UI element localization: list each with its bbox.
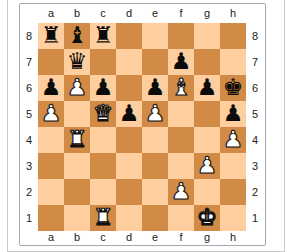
piece-black-queen: ♛: [67, 49, 88, 74]
piece-white-bishop: ♝: [171, 75, 192, 100]
corner-spacer: [20, 4, 38, 23]
rank-label-3-right: 3: [246, 153, 264, 179]
square-d5: ♟: [116, 101, 142, 127]
square-g7: [194, 49, 220, 75]
file-label-c-bottom: c: [90, 231, 116, 244]
square-b8: ♝: [64, 23, 90, 49]
rank-label-6-left: 6: [20, 75, 38, 101]
square-a1: [38, 205, 64, 231]
piece-white-queen: ♛: [93, 101, 114, 126]
piece-white-pawn: ♟: [145, 101, 166, 126]
square-d8: [116, 23, 142, 49]
square-c8: ♜: [90, 23, 116, 49]
square-f5: [168, 101, 194, 127]
square-c1: ♜: [90, 205, 116, 231]
square-a5: ♟: [38, 101, 64, 127]
piece-black-pawn: ♟: [119, 101, 140, 126]
square-e5: ♟: [142, 101, 168, 127]
piece-white-pawn: ♟: [41, 101, 62, 126]
rank-label-7-left: 7: [20, 49, 38, 75]
square-b7: ♛: [64, 49, 90, 75]
piece-black-pawn: ♟: [41, 75, 62, 100]
square-c7: [90, 49, 116, 75]
square-c5: ♛: [90, 101, 116, 127]
rank-label-2-right: 2: [246, 179, 264, 205]
piece-black-pawn: ♟: [93, 75, 114, 100]
square-e4: [142, 127, 168, 153]
piece-white-pawn: ♟: [197, 153, 218, 178]
square-h1: [220, 205, 246, 231]
square-b1: [64, 205, 90, 231]
rank-label-1-left: 1: [20, 205, 38, 231]
corner-spacer: [246, 231, 264, 244]
chessboard: abcdefgh8♜♝♜87♛♟76♟♟♟♟♝♟♚65♟♛♟♟♟54♜♟43♟3…: [20, 4, 265, 244]
file-label-h-top: h: [220, 4, 246, 23]
square-c4: [90, 127, 116, 153]
square-a2: [38, 179, 64, 205]
square-d3: [116, 153, 142, 179]
piece-white-rook: ♜: [67, 127, 88, 152]
square-d6: [116, 75, 142, 101]
square-a3: [38, 153, 64, 179]
piece-white-rook: ♜: [93, 205, 114, 230]
square-c2: [90, 179, 116, 205]
rank-label-3-left: 3: [20, 153, 38, 179]
file-label-b-bottom: b: [64, 231, 90, 244]
rank-label-2-left: 2: [20, 179, 38, 205]
square-e6: ♟: [142, 75, 168, 101]
square-e3: [142, 153, 168, 179]
square-d2: [116, 179, 142, 205]
square-g8: [194, 23, 220, 49]
corner-spacer: [246, 4, 264, 23]
square-e1: [142, 205, 168, 231]
square-h2: [220, 179, 246, 205]
corner-spacer: [20, 231, 38, 244]
rank-label-4-left: 4: [20, 127, 38, 153]
square-a8: ♜: [38, 23, 64, 49]
square-b3: [64, 153, 90, 179]
square-g1: ♚: [194, 205, 220, 231]
piece-black-pawn: ♟: [171, 49, 192, 74]
square-b6: ♟: [64, 75, 90, 101]
rank-label-4-right: 4: [246, 127, 264, 153]
piece-black-rook: ♜: [41, 23, 62, 48]
piece-white-pawn: ♟: [67, 75, 88, 100]
square-h8: [220, 23, 246, 49]
square-h7: [220, 49, 246, 75]
file-label-g-bottom: g: [194, 231, 220, 244]
square-b2: [64, 179, 90, 205]
square-h6: ♚: [220, 75, 246, 101]
square-h5: ♟: [220, 101, 246, 127]
square-b5: [64, 101, 90, 127]
square-e2: [142, 179, 168, 205]
file-label-e-top: e: [142, 4, 168, 23]
square-a6: ♟: [38, 75, 64, 101]
square-f4: [168, 127, 194, 153]
file-label-d-top: d: [116, 4, 142, 23]
square-d7: [116, 49, 142, 75]
file-label-b-top: b: [64, 4, 90, 23]
square-d1: [116, 205, 142, 231]
file-label-g-top: g: [194, 4, 220, 23]
file-label-f-bottom: f: [168, 231, 194, 244]
file-label-d-bottom: d: [116, 231, 142, 244]
square-g4: [194, 127, 220, 153]
file-label-a-bottom: a: [38, 231, 64, 244]
square-c3: [90, 153, 116, 179]
square-f6: ♝: [168, 75, 194, 101]
piece-black-bishop: ♝: [67, 23, 88, 48]
file-label-f-top: f: [168, 4, 194, 23]
rank-label-8-left: 8: [20, 23, 38, 49]
square-b4: ♜: [64, 127, 90, 153]
square-g2: [194, 179, 220, 205]
file-label-c-top: c: [90, 4, 116, 23]
piece-black-king: ♚: [223, 75, 244, 100]
square-f8: [168, 23, 194, 49]
square-e8: [142, 23, 168, 49]
piece-white-pawn: ♟: [171, 179, 192, 204]
rank-label-1-right: 1: [246, 205, 264, 231]
square-f7: ♟: [168, 49, 194, 75]
square-g3: ♟: [194, 153, 220, 179]
square-a4: [38, 127, 64, 153]
square-f3: [168, 153, 194, 179]
file-label-e-bottom: e: [142, 231, 168, 244]
rank-label-6-right: 6: [246, 75, 264, 101]
chess-diagram: abcdefgh8♜♝♜87♛♟76♟♟♟♟♝♟♚65♟♛♟♟♟54♜♟43♟3…: [0, 0, 287, 252]
piece-black-rook: ♜: [93, 23, 114, 48]
rank-label-7-right: 7: [246, 49, 264, 75]
square-h3: [220, 153, 246, 179]
file-label-a-top: a: [38, 4, 64, 23]
rank-label-8-right: 8: [246, 23, 264, 49]
square-e7: [142, 49, 168, 75]
piece-white-pawn: ♟: [223, 127, 244, 152]
square-f2: ♟: [168, 179, 194, 205]
chessboard-frame: abcdefgh8♜♝♜87♛♟76♟♟♟♟♝♟♚65♟♛♟♟♟54♜♟43♟3…: [19, 3, 266, 246]
square-d4: [116, 127, 142, 153]
piece-black-pawn: ♟: [145, 75, 166, 100]
piece-white-king: ♚: [197, 205, 218, 230]
piece-black-pawn: ♟: [197, 75, 218, 100]
piece-black-pawn: ♟: [223, 101, 244, 126]
square-h4: ♟: [220, 127, 246, 153]
rank-label-5-right: 5: [246, 101, 264, 127]
square-g5: [194, 101, 220, 127]
square-a7: [38, 49, 64, 75]
square-g6: ♟: [194, 75, 220, 101]
square-c6: ♟: [90, 75, 116, 101]
square-f1: [168, 205, 194, 231]
file-label-h-bottom: h: [220, 231, 246, 244]
rank-label-5-left: 5: [20, 101, 38, 127]
